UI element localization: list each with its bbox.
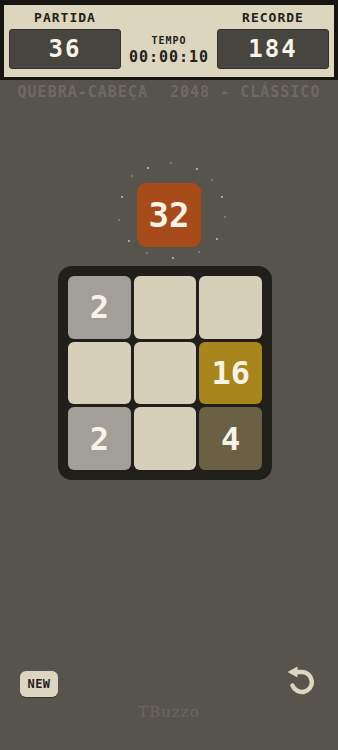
undo-arrow-icon (283, 686, 317, 701)
undo-button[interactable] (283, 666, 317, 698)
game-board[interactable]: 21624 (58, 266, 272, 480)
tempo-value: 00:00:10 (129, 48, 209, 66)
new-game-button[interactable]: NEW (20, 671, 58, 697)
score-header: PARTIDA 36 TEMPO 00:00:10 RECORDE 184 (0, 0, 338, 80)
particle-dot (196, 168, 198, 170)
game-mode-subtitle: QUEBRA-CABEÇA 2048 - CLÁSSICO (0, 83, 338, 101)
developer-logo: TBuzzo (0, 703, 338, 721)
tile-2-r2c0: 2 (68, 407, 131, 470)
subtitle-left: QUEBRA-CABEÇA (18, 83, 148, 101)
particle-dot (198, 251, 200, 253)
particle-dot (221, 196, 223, 198)
particle-dot (146, 252, 148, 254)
score-panel: PARTIDA 36 TEMPO 00:00:10 RECORDE 184 (4, 5, 334, 77)
tile-4-r2c2: 4 (199, 407, 262, 470)
recorde-label: RECORDE (217, 9, 329, 27)
empty-cell-r2c1 (134, 407, 197, 470)
particle-dot (131, 175, 133, 177)
particle-dot (216, 238, 218, 240)
incoming-tile-32: 32 (137, 183, 201, 247)
particle-dot (121, 196, 123, 198)
particle-dot (118, 219, 120, 221)
recorde-score-box: 184 (217, 29, 329, 69)
tempo-label: TEMPO (129, 35, 209, 46)
empty-cell-r1c1 (134, 342, 197, 405)
game-screen: PARTIDA 36 TEMPO 00:00:10 RECORDE 184 QU… (0, 0, 338, 750)
empty-cell-r0c1 (134, 276, 197, 339)
recorde-stat: RECORDE 184 (217, 9, 329, 69)
subtitle-right: 2048 - CLÁSSICO (170, 83, 320, 101)
empty-cell-r0c2 (199, 276, 262, 339)
partida-score-box: 36 (9, 29, 121, 69)
recorde-value: 184 (248, 35, 297, 63)
tile-2-r0c0: 2 (68, 276, 131, 339)
partida-value: 36 (49, 35, 82, 63)
particle-dot (128, 240, 130, 242)
particle-dot (147, 167, 149, 169)
partida-stat: PARTIDA 36 (9, 9, 121, 69)
particle-dot (170, 162, 172, 164)
partida-label: PARTIDA (9, 9, 121, 27)
timer: TEMPO 00:00:10 (129, 35, 209, 66)
empty-cell-r1c0 (68, 342, 131, 405)
particle-dot (211, 179, 213, 181)
particle-dot (224, 216, 226, 218)
tile-16-r1c2: 16 (199, 342, 262, 405)
particle-dot (172, 257, 174, 259)
